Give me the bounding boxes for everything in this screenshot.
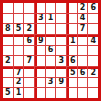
- cell-r6c7-given[interactable]: 6: [67, 56, 77, 66]
- cell-r5c9-empty[interactable]: [88, 46, 98, 56]
- cell-r7c7-given[interactable]: 5: [67, 67, 77, 77]
- cell-r7c3-empty[interactable]: [24, 67, 34, 77]
- cell-r7c9-given[interactable]: 2: [88, 67, 98, 77]
- cell-r8c7-empty[interactable]: [67, 78, 77, 88]
- cell-r7c5-empty[interactable]: [46, 67, 56, 77]
- cell-r9c1-given[interactable]: 5: [3, 88, 13, 98]
- cell-r3c5-empty[interactable]: [46, 24, 56, 34]
- cell-r5c8-empty[interactable]: [78, 46, 88, 56]
- cell-r5c7-empty[interactable]: [67, 46, 77, 56]
- cell-r4c3-given[interactable]: 6: [24, 35, 34, 45]
- cell-r7c8-given[interactable]: 6: [78, 67, 88, 77]
- cell-r4c7-given[interactable]: 1: [67, 35, 77, 45]
- cell-r2c8-given[interactable]: 4: [78, 14, 88, 24]
- cell-r9c6-empty[interactable]: [56, 88, 66, 98]
- cell-r6c5-empty[interactable]: [46, 56, 56, 66]
- cell-r5c3-empty[interactable]: [24, 46, 34, 56]
- cell-r1c9-given[interactable]: 6: [88, 3, 98, 13]
- cell-r9c7-empty[interactable]: [67, 88, 77, 98]
- cell-r8c8-empty[interactable]: [78, 78, 88, 88]
- cell-r6c6-given[interactable]: 3: [56, 56, 66, 66]
- cell-r8c2-given[interactable]: 2: [14, 78, 24, 88]
- cell-r6c8-empty[interactable]: [78, 56, 88, 66]
- cell-r3c9-empty[interactable]: [88, 24, 98, 34]
- cell-r2c6-empty[interactable]: [56, 14, 66, 24]
- cell-r5c2-empty[interactable]: [14, 46, 24, 56]
- cell-r2c9-empty[interactable]: [88, 14, 98, 24]
- cell-r6c4-empty[interactable]: [35, 56, 45, 66]
- cell-r3c6-empty[interactable]: [56, 24, 66, 34]
- cell-r8c6-given[interactable]: 9: [56, 78, 66, 88]
- cell-r2c3-empty[interactable]: [24, 14, 34, 24]
- cell-r1c5-empty[interactable]: [46, 3, 56, 13]
- cell-r9c2-given[interactable]: 1: [14, 88, 24, 98]
- cell-r3c2-given[interactable]: 5: [14, 24, 24, 34]
- sudoku-board: 263148527691462736756223951: [0, 0, 101, 101]
- cell-r1c1-empty[interactable]: [3, 3, 13, 13]
- cell-r4c5-empty[interactable]: [46, 35, 56, 45]
- cell-r6c9-empty[interactable]: [88, 56, 98, 66]
- cell-r7c4-empty[interactable]: [35, 67, 45, 77]
- cell-r9c9-empty[interactable]: [88, 88, 98, 98]
- cell-r7c1-empty[interactable]: [3, 67, 13, 77]
- cell-r3c1-given[interactable]: 8: [3, 24, 13, 34]
- cell-r8c3-empty[interactable]: [24, 78, 34, 88]
- cell-r3c3-given[interactable]: 2: [24, 24, 34, 34]
- cell-r4c9-given[interactable]: 4: [88, 35, 98, 45]
- cell-r6c2-empty[interactable]: [14, 56, 24, 66]
- cell-r4c1-empty[interactable]: [3, 35, 13, 45]
- cell-r5c1-empty[interactable]: [3, 46, 13, 56]
- cell-r7c2-given[interactable]: 7: [14, 67, 24, 77]
- cell-r2c4-given[interactable]: 3: [35, 14, 45, 24]
- cell-r9c4-empty[interactable]: [35, 88, 45, 98]
- cell-r1c4-empty[interactable]: [35, 3, 45, 13]
- cell-r5c4-empty[interactable]: [35, 46, 45, 56]
- cell-r6c3-given[interactable]: 7: [24, 56, 34, 66]
- cell-r8c1-empty[interactable]: [3, 78, 13, 88]
- cell-r9c5-empty[interactable]: [46, 88, 56, 98]
- cell-r1c2-empty[interactable]: [14, 3, 24, 13]
- cell-r3c8-given[interactable]: 7: [78, 24, 88, 34]
- cell-r1c7-empty[interactable]: [67, 3, 77, 13]
- cell-r2c1-empty[interactable]: [3, 14, 13, 24]
- cell-r2c7-empty[interactable]: [67, 14, 77, 24]
- cell-r9c3-empty[interactable]: [24, 88, 34, 98]
- cell-r4c8-empty[interactable]: [78, 35, 88, 45]
- cell-r4c4-given[interactable]: 9: [35, 35, 45, 45]
- cell-r2c2-empty[interactable]: [14, 14, 24, 24]
- cell-r8c4-empty[interactable]: [35, 78, 45, 88]
- cell-r1c6-empty[interactable]: [56, 3, 66, 13]
- cell-r5c6-empty[interactable]: [56, 46, 66, 56]
- cell-r8c9-empty[interactable]: [88, 78, 98, 88]
- cell-r2c5-given[interactable]: 1: [46, 14, 56, 24]
- cell-r4c2-empty[interactable]: [14, 35, 24, 45]
- cell-r8c5-given[interactable]: 3: [46, 78, 56, 88]
- cell-r4c6-empty[interactable]: [56, 35, 66, 45]
- cell-r1c8-given[interactable]: 2: [78, 3, 88, 13]
- cell-r5c5-given[interactable]: 6: [46, 46, 56, 56]
- cell-r7c6-empty[interactable]: [56, 67, 66, 77]
- cell-r3c7-empty[interactable]: [67, 24, 77, 34]
- cell-r1c3-empty[interactable]: [24, 3, 34, 13]
- cell-r6c1-given[interactable]: 2: [3, 56, 13, 66]
- cell-r9c8-empty[interactable]: [78, 88, 88, 98]
- cell-r3c4-empty[interactable]: [35, 24, 45, 34]
